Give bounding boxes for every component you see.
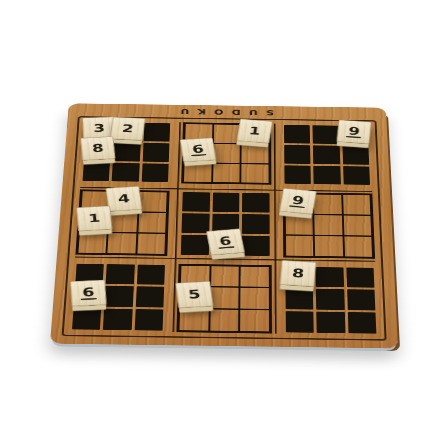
cell-r3-c7[interactable] bbox=[284, 165, 311, 184]
cell-r2-c1[interactable]: 8 bbox=[84, 142, 112, 161]
box-3-2: 5 bbox=[177, 264, 272, 334]
box-1-3: 9 bbox=[282, 124, 372, 187]
cell-r6-c6[interactable] bbox=[242, 236, 269, 256]
cell-r5-c7[interactable] bbox=[284, 214, 313, 235]
tile-number: 6 bbox=[80, 286, 97, 300]
cell-r3-c3[interactable] bbox=[142, 163, 169, 182]
tile-6-r6-c5[interactable]: 6 bbox=[205, 229, 244, 256]
box-2-1: 41 bbox=[75, 190, 169, 256]
cell-r1-c3[interactable] bbox=[144, 123, 171, 141]
cell-r2-c9[interactable] bbox=[342, 146, 369, 165]
cell-r1-c8[interactable] bbox=[313, 125, 340, 144]
board-stage: SUDOKU 3281694169658 bbox=[50, 103, 398, 348]
cell-r6-c3[interactable] bbox=[136, 233, 166, 254]
cell-r8-c6[interactable] bbox=[240, 287, 270, 309]
cell-r7-c9[interactable] bbox=[346, 267, 374, 288]
cell-r7-c2[interactable] bbox=[106, 264, 135, 285]
tile-number: 9 bbox=[346, 126, 362, 139]
cell-r4-c7[interactable]: 9 bbox=[284, 194, 313, 215]
cell-r9-c7[interactable] bbox=[285, 311, 313, 332]
cell-r3-c5[interactable] bbox=[212, 163, 241, 183]
box-2-2: 6 bbox=[179, 191, 271, 257]
cell-r8-c2[interactable] bbox=[105, 286, 134, 307]
cell-r6-c4[interactable] bbox=[181, 235, 209, 255]
cell-r9-c5[interactable] bbox=[209, 309, 239, 332]
cell-r2-c3[interactable] bbox=[143, 143, 170, 162]
tile-number: 6 bbox=[190, 144, 207, 157]
cell-r6-c5[interactable]: 6 bbox=[212, 235, 240, 255]
tile-4-r4-c2[interactable]: 4 bbox=[106, 186, 143, 212]
cell-r2-c6[interactable] bbox=[241, 144, 269, 164]
tile-9-r4-c7[interactable]: 9 bbox=[279, 188, 317, 215]
tile-number: 1 bbox=[86, 213, 103, 225]
cell-r5-c6[interactable] bbox=[242, 214, 269, 234]
cell-r4-c2[interactable]: 4 bbox=[109, 191, 139, 212]
tile-number: 1 bbox=[246, 125, 263, 137]
tile-6-r8-c1[interactable]: 6 bbox=[70, 279, 107, 306]
cell-r6-c8[interactable] bbox=[314, 235, 344, 257]
cell-r4-c4[interactable] bbox=[182, 192, 209, 212]
cell-r9-c6[interactable] bbox=[239, 309, 269, 332]
cell-r9-c1[interactable] bbox=[72, 308, 102, 329]
tile-6-r2-c4[interactable]: 6 bbox=[180, 138, 217, 163]
cell-r6-c2[interactable] bbox=[107, 232, 137, 253]
tile-1-r1-c6[interactable]: 1 bbox=[236, 119, 273, 144]
cell-r9-c8[interactable] bbox=[316, 312, 345, 333]
cell-r8-c7[interactable] bbox=[285, 289, 313, 310]
cell-r7-c5[interactable] bbox=[210, 265, 240, 287]
cell-r5-c9[interactable] bbox=[342, 215, 372, 236]
tile-number: 9 bbox=[290, 194, 308, 208]
tile-5-r8-c4[interactable]: 5 bbox=[175, 281, 214, 309]
cell-r3-c6[interactable] bbox=[241, 163, 270, 183]
cell-r5-c8[interactable] bbox=[313, 215, 343, 236]
cell-r4-c5[interactable] bbox=[212, 193, 239, 213]
cell-r4-c8[interactable] bbox=[313, 194, 342, 215]
cell-r2-c8[interactable] bbox=[313, 145, 340, 164]
cell-r7-c8[interactable] bbox=[315, 267, 343, 288]
cell-r6-c9[interactable] bbox=[343, 236, 373, 258]
cell-r5-c2[interactable] bbox=[108, 212, 138, 233]
cell-r9-c4[interactable] bbox=[179, 309, 210, 332]
tile-8-r2-c1[interactable]: 8 bbox=[80, 136, 116, 161]
cell-r3-c8[interactable] bbox=[313, 166, 340, 185]
cell-r2-c4[interactable]: 6 bbox=[184, 143, 213, 163]
tile-8-r7-c7[interactable]: 8 bbox=[280, 260, 317, 287]
tile-number: 8 bbox=[290, 267, 307, 280]
box-3-3: 8 bbox=[283, 265, 378, 335]
page-background: { "game": "sudoku", "board": { "title": … bbox=[0, 0, 448, 448]
cell-r7-c3[interactable] bbox=[137, 264, 166, 285]
cell-r9-c2[interactable] bbox=[103, 309, 132, 330]
cell-r8-c9[interactable] bbox=[347, 290, 376, 311]
cell-r5-c4[interactable] bbox=[182, 213, 210, 233]
cell-r3-c2[interactable] bbox=[112, 163, 140, 182]
cell-r2-c5[interactable] bbox=[212, 143, 241, 163]
box-2-3: 9 bbox=[282, 192, 375, 258]
cell-r1-c9[interactable]: 9 bbox=[341, 126, 368, 145]
box-1-2: 16 bbox=[181, 122, 271, 185]
box-3-1: 6 bbox=[70, 262, 167, 332]
cell-r7-c7[interactable]: 8 bbox=[285, 266, 313, 287]
cell-r8-c4[interactable]: 5 bbox=[179, 287, 209, 309]
cell-r8-c3[interactable] bbox=[136, 287, 165, 308]
cell-r1-c7[interactable] bbox=[284, 125, 310, 144]
cell-r3-c9[interactable] bbox=[343, 166, 370, 185]
cell-r8-c8[interactable] bbox=[316, 289, 344, 310]
cell-r9-c9[interactable] bbox=[347, 312, 376, 333]
cell-r6-c1[interactable] bbox=[77, 232, 108, 253]
cell-r5-c3[interactable] bbox=[137, 212, 167, 233]
cell-r2-c7[interactable] bbox=[284, 145, 311, 164]
sudoku-board: SUDOKU 3281694169658 bbox=[50, 103, 398, 348]
tile-9-r1-c9[interactable]: 9 bbox=[337, 120, 372, 145]
cell-r1-c2[interactable]: 2 bbox=[114, 123, 141, 141]
sudoku-grid: 3281694169658 bbox=[70, 121, 378, 335]
cell-r3-c4[interactable] bbox=[183, 162, 212, 182]
cell-r2-c2[interactable] bbox=[113, 142, 140, 161]
tile-number: 8 bbox=[89, 143, 105, 155]
cell-r8-c1[interactable]: 6 bbox=[74, 286, 103, 307]
tile-number: 5 bbox=[186, 288, 204, 301]
tile-1-r5-c1[interactable]: 1 bbox=[76, 206, 113, 232]
box-1-1: 328 bbox=[81, 121, 173, 184]
cell-r4-c3[interactable] bbox=[138, 192, 168, 213]
tile-number: 2 bbox=[120, 123, 137, 134]
cell-r9-c3[interactable] bbox=[135, 309, 164, 330]
cell-r3-c1[interactable] bbox=[83, 162, 111, 181]
cell-r7-c6[interactable] bbox=[240, 266, 270, 288]
tile-number: 3 bbox=[91, 123, 107, 134]
cell-r8-c5[interactable] bbox=[209, 287, 239, 309]
tile-2-r1-c2[interactable]: 2 bbox=[110, 117, 146, 141]
tile-number: 4 bbox=[116, 193, 133, 205]
cell-r6-c7[interactable] bbox=[285, 235, 315, 257]
cell-r4-c6[interactable] bbox=[242, 193, 269, 213]
cell-r5-c1[interactable]: 1 bbox=[79, 211, 109, 232]
cell-r1-c6[interactable]: 1 bbox=[241, 124, 269, 144]
cell-r4-c9[interactable] bbox=[342, 194, 372, 215]
tile-number: 6 bbox=[216, 235, 234, 249]
